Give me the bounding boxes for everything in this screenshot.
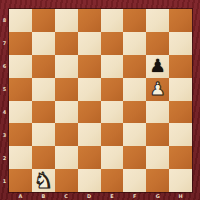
- square-c1[interactable]: [55, 169, 78, 192]
- square-c4[interactable]: [55, 101, 78, 124]
- square-h8[interactable]: [169, 9, 192, 32]
- square-b3[interactable]: [32, 123, 55, 146]
- chess-board-window: 87654321 ♟♟♞ ABCDEFGH: [0, 0, 200, 200]
- square-a2[interactable]: [9, 146, 32, 169]
- square-e1[interactable]: [101, 169, 124, 192]
- square-g2[interactable]: [146, 146, 169, 169]
- square-f8[interactable]: [123, 9, 146, 32]
- square-d5[interactable]: [78, 78, 101, 101]
- rank-label-6: 6: [0, 55, 9, 78]
- file-label-g: G: [146, 192, 169, 200]
- square-d3[interactable]: [78, 123, 101, 146]
- square-e2[interactable]: [101, 146, 124, 169]
- file-label-c: C: [55, 192, 78, 200]
- square-a8[interactable]: [9, 9, 32, 32]
- square-g3[interactable]: [146, 123, 169, 146]
- square-c8[interactable]: [55, 9, 78, 32]
- square-d1[interactable]: [78, 169, 101, 192]
- square-g6[interactable]: ♟: [146, 55, 169, 78]
- square-d8[interactable]: [78, 9, 101, 32]
- square-g5[interactable]: ♟: [146, 78, 169, 101]
- square-b5[interactable]: [32, 78, 55, 101]
- square-h4[interactable]: [169, 101, 192, 124]
- square-b6[interactable]: [32, 55, 55, 78]
- rank-label-2: 2: [0, 146, 9, 169]
- white-pawn-piece[interactable]: ♟: [150, 80, 166, 98]
- square-c6[interactable]: [55, 55, 78, 78]
- square-f6[interactable]: [123, 55, 146, 78]
- square-e6[interactable]: [101, 55, 124, 78]
- square-d4[interactable]: [78, 101, 101, 124]
- square-d2[interactable]: [78, 146, 101, 169]
- square-a1[interactable]: [9, 169, 32, 192]
- square-f2[interactable]: [123, 146, 146, 169]
- square-b4[interactable]: [32, 101, 55, 124]
- black-pawn-piece[interactable]: ♟: [150, 57, 166, 75]
- file-label-e: E: [101, 192, 124, 200]
- square-e5[interactable]: [101, 78, 124, 101]
- square-g8[interactable]: [146, 9, 169, 32]
- square-h1[interactable]: [169, 169, 192, 192]
- white-knight-piece[interactable]: ♞: [33, 170, 53, 192]
- square-e4[interactable]: [101, 101, 124, 124]
- square-c2[interactable]: [55, 146, 78, 169]
- rank-label-1: 1: [0, 169, 9, 192]
- file-label-d: D: [78, 192, 101, 200]
- square-h2[interactable]: [169, 146, 192, 169]
- file-label-b: B: [32, 192, 55, 200]
- rank-label-4: 4: [0, 101, 9, 124]
- square-f7[interactable]: [123, 32, 146, 55]
- square-e8[interactable]: [101, 9, 124, 32]
- square-f3[interactable]: [123, 123, 146, 146]
- square-h5[interactable]: [169, 78, 192, 101]
- rank-label-5: 5: [0, 78, 9, 101]
- chess-board: ♟♟♞: [9, 9, 192, 192]
- file-label-f: F: [123, 192, 146, 200]
- square-a6[interactable]: [9, 55, 32, 78]
- square-d6[interactable]: [78, 55, 101, 78]
- square-g7[interactable]: [146, 32, 169, 55]
- square-b1[interactable]: ♞: [32, 169, 55, 192]
- file-label-h: H: [169, 192, 192, 200]
- square-h6[interactable]: [169, 55, 192, 78]
- file-coordinates: ABCDEFGH: [9, 192, 192, 200]
- square-d7[interactable]: [78, 32, 101, 55]
- square-b7[interactable]: [32, 32, 55, 55]
- square-h7[interactable]: [169, 32, 192, 55]
- file-label-a: A: [9, 192, 32, 200]
- square-f1[interactable]: [123, 169, 146, 192]
- rank-label-3: 3: [0, 123, 9, 146]
- square-c3[interactable]: [55, 123, 78, 146]
- square-b8[interactable]: [32, 9, 55, 32]
- square-h3[interactable]: [169, 123, 192, 146]
- square-g4[interactable]: [146, 101, 169, 124]
- square-b2[interactable]: [32, 146, 55, 169]
- square-a4[interactable]: [9, 101, 32, 124]
- square-f4[interactable]: [123, 101, 146, 124]
- rank-coordinates: 87654321: [0, 9, 9, 192]
- square-a7[interactable]: [9, 32, 32, 55]
- rank-label-8: 8: [0, 9, 9, 32]
- square-e7[interactable]: [101, 32, 124, 55]
- square-f5[interactable]: [123, 78, 146, 101]
- square-c7[interactable]: [55, 32, 78, 55]
- square-a3[interactable]: [9, 123, 32, 146]
- square-g1[interactable]: [146, 169, 169, 192]
- square-a5[interactable]: [9, 78, 32, 101]
- square-c5[interactable]: [55, 78, 78, 101]
- rank-label-7: 7: [0, 32, 9, 55]
- square-e3[interactable]: [101, 123, 124, 146]
